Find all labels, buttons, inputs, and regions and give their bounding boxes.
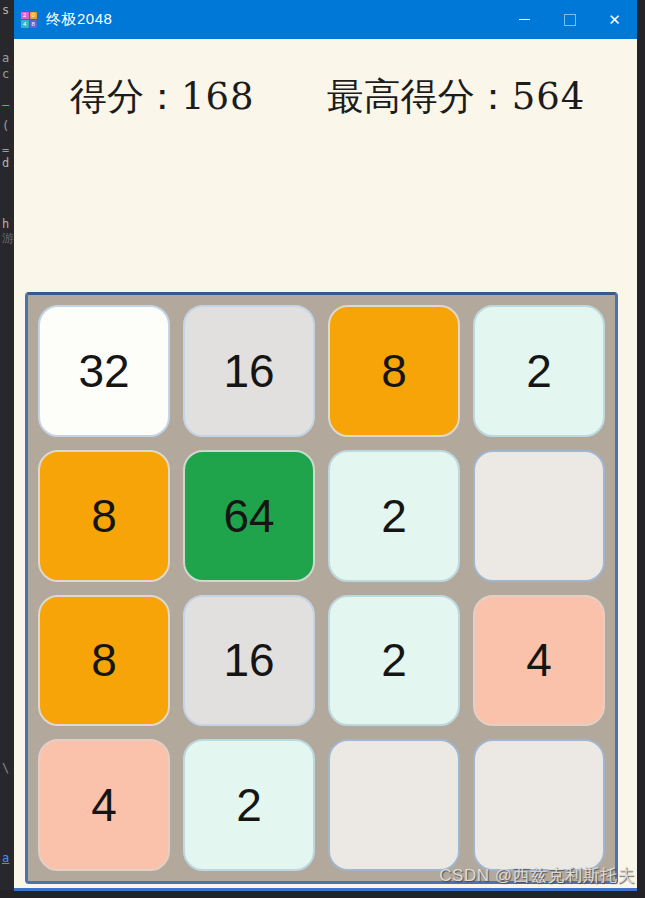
editor-text-fragment: a — [2, 52, 9, 64]
editor-text-fragment: h — [2, 218, 9, 230]
best-score-group: 最高得分：564 — [327, 72, 586, 122]
editor-text-fragment: 游 — [2, 232, 14, 244]
app-icon-tile: 0 — [30, 12, 38, 20]
titlebar[interactable]: 2048 终极2048 ✕ — [14, 0, 637, 39]
window-title: 终极2048 — [46, 10, 112, 29]
score-bar: 得分：168 最高得分：564 — [14, 72, 637, 122]
app-window: 2048 终极2048 ✕ 得分：168 最高得分：564 3216828642… — [14, 0, 637, 891]
empty-cell — [473, 450, 605, 582]
tile-64: 64 — [183, 450, 315, 582]
app-icon-tile: 8 — [30, 20, 38, 28]
tile-2: 2 — [473, 305, 605, 437]
game-board-2048[interactable]: 32168286428162442 — [25, 292, 618, 884]
close-button[interactable]: ✕ — [592, 0, 637, 39]
editor-text-fragment: s — [2, 4, 9, 16]
watermark: CSDN @西兹克利斯托夫 — [439, 864, 635, 887]
score-group: 得分：168 — [70, 72, 255, 122]
editor-background-left: sac—(=dh游\a — [0, 0, 14, 898]
tile-2: 2 — [328, 450, 460, 582]
best-score-label: 最高得分： — [327, 75, 512, 118]
tile-8: 8 — [328, 305, 460, 437]
editor-text-fragment: d — [2, 157, 9, 169]
tile-4: 4 — [38, 739, 170, 871]
editor-text-fragment: = — [2, 144, 9, 156]
editor-background-right — [637, 0, 645, 898]
empty-cell — [328, 739, 460, 871]
editor-text-fragment: ( — [2, 120, 9, 132]
editor-text-fragment: \ — [2, 762, 9, 774]
minimize-icon — [519, 19, 530, 20]
tile-16: 16 — [183, 595, 315, 727]
close-icon: ✕ — [608, 12, 621, 27]
tile-8: 8 — [38, 450, 170, 582]
tile-2: 2 — [328, 595, 460, 727]
tile-16: 16 — [183, 305, 315, 437]
tile-2: 2 — [183, 739, 315, 871]
empty-cell — [473, 739, 605, 871]
tile-4: 4 — [473, 595, 605, 727]
maximize-button[interactable] — [547, 0, 592, 39]
maximize-icon — [564, 14, 576, 26]
editor-background-bottom — [0, 890, 645, 898]
editor-text-fragment: c — [2, 68, 9, 80]
minimize-button[interactable] — [502, 0, 547, 39]
app-icon-tile: 4 — [21, 20, 29, 28]
app-icon[interactable]: 2048 — [21, 12, 37, 28]
app-icon-tile: 2 — [21, 12, 29, 20]
editor-text-fragment: a — [2, 852, 9, 864]
tile-8: 8 — [38, 595, 170, 727]
tile-32: 32 — [38, 305, 170, 437]
score-label: 得分： — [70, 75, 181, 118]
best-score-value: 564 — [512, 75, 586, 118]
score-value: 168 — [181, 75, 255, 118]
window-controls: ✕ — [502, 0, 637, 39]
editor-text-fragment: — — [2, 99, 9, 111]
